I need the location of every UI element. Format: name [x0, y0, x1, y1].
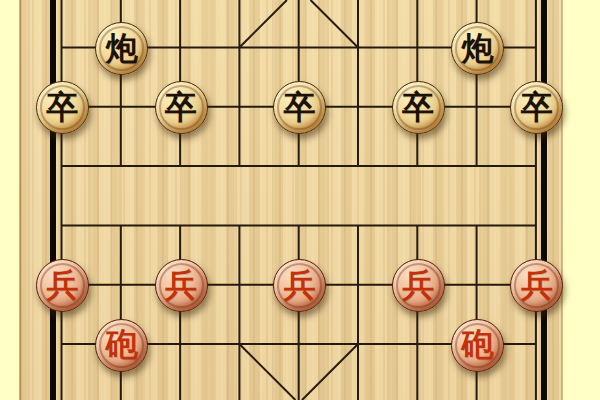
piece-black-soldier[interactable]: 卒	[155, 81, 208, 134]
piece-glyph: 炮	[462, 32, 494, 64]
piece-glyph: 兵	[521, 269, 553, 301]
piece-black-soldier[interactable]: 卒	[392, 81, 445, 134]
piece-black-cannon[interactable]: 炮	[451, 22, 504, 75]
piece-red-soldier[interactable]: 兵	[273, 259, 326, 312]
piece-black-soldier[interactable]: 卒	[273, 81, 326, 134]
piece-glyph: 卒	[165, 91, 197, 123]
piece-red-soldier[interactable]: 兵	[392, 259, 445, 312]
xiangqi-app-window: 炮炮卒卒卒卒卒兵兵兵兵兵砲砲	[0, 0, 600, 400]
piece-glyph: 卒	[284, 91, 316, 123]
piece-glyph: 炮	[106, 32, 138, 64]
piece-red-soldier[interactable]: 兵	[36, 259, 89, 312]
piece-red-cannon[interactable]: 砲	[95, 319, 148, 372]
piece-glyph: 兵	[165, 269, 197, 301]
piece-glyph: 卒	[402, 91, 434, 123]
piece-red-cannon[interactable]: 砲	[451, 319, 504, 372]
piece-glyph: 卒	[47, 91, 79, 123]
piece-black-soldier[interactable]: 卒	[510, 81, 563, 134]
piece-glyph: 砲	[106, 328, 138, 360]
pieces-layer: 炮炮卒卒卒卒卒兵兵兵兵兵砲砲	[0, 0, 600, 400]
piece-red-soldier[interactable]: 兵	[155, 259, 208, 312]
piece-red-soldier[interactable]: 兵	[510, 259, 563, 312]
piece-glyph: 兵	[47, 269, 79, 301]
piece-glyph: 兵	[402, 269, 434, 301]
piece-black-soldier[interactable]: 卒	[36, 81, 89, 134]
piece-black-cannon[interactable]: 炮	[95, 22, 148, 75]
piece-glyph: 兵	[284, 269, 316, 301]
piece-glyph: 砲	[462, 328, 494, 360]
piece-glyph: 卒	[521, 91, 553, 123]
